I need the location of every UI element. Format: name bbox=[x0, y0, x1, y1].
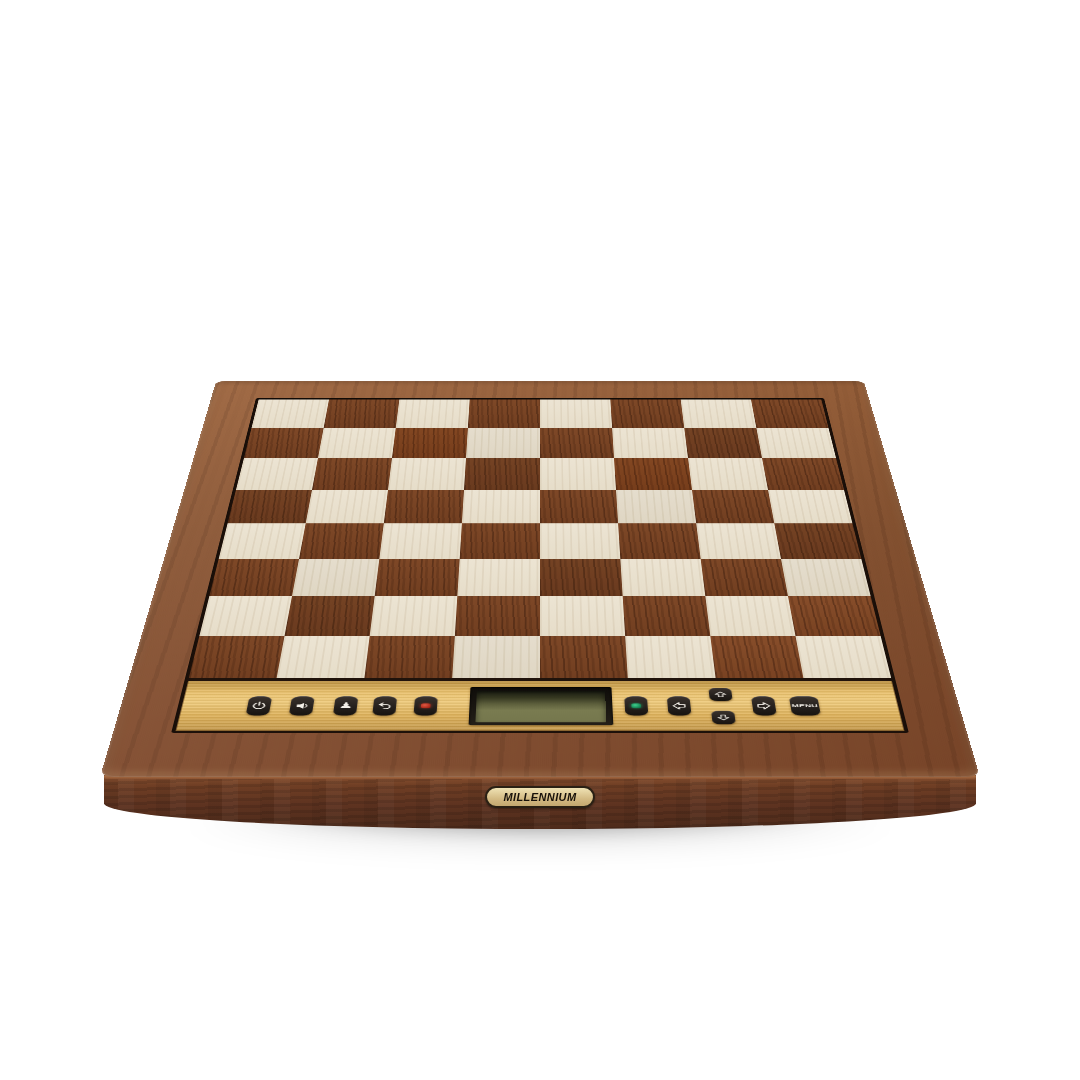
square-d5 bbox=[462, 490, 540, 523]
square-h7 bbox=[756, 428, 836, 458]
square-h5 bbox=[768, 490, 852, 523]
square-f7 bbox=[612, 428, 688, 458]
square-b4 bbox=[299, 523, 384, 558]
square-b5 bbox=[306, 490, 388, 523]
lcd-screen bbox=[475, 691, 606, 722]
square-b1 bbox=[277, 636, 370, 678]
square-a3 bbox=[209, 559, 299, 596]
square-e1 bbox=[540, 636, 628, 678]
arrow-right-button[interactable] bbox=[751, 696, 777, 715]
power-button[interactable] bbox=[246, 696, 273, 715]
arrow-left-button[interactable] bbox=[667, 696, 692, 715]
square-b3 bbox=[292, 559, 379, 596]
undo-arrow-icon bbox=[376, 700, 393, 713]
takeback-button[interactable] bbox=[372, 696, 397, 715]
square-c6 bbox=[388, 458, 466, 490]
square-d1 bbox=[452, 636, 540, 678]
square-g5 bbox=[692, 490, 774, 523]
square-h4 bbox=[774, 523, 861, 558]
square-c8 bbox=[396, 400, 470, 429]
square-g6 bbox=[688, 458, 768, 490]
square-a4 bbox=[219, 523, 306, 558]
square-d8 bbox=[468, 400, 540, 429]
square-f5 bbox=[616, 490, 696, 523]
square-a6 bbox=[236, 458, 318, 490]
square-d4 bbox=[460, 523, 540, 558]
square-c2 bbox=[370, 596, 458, 636]
square-a2 bbox=[199, 596, 292, 636]
brand-plate: MILLENNIUM bbox=[485, 786, 595, 808]
sound-button[interactable] bbox=[289, 696, 315, 715]
menu-button[interactable]: MENU bbox=[789, 696, 821, 715]
square-g1 bbox=[710, 636, 803, 678]
hint-button[interactable]: ♟ bbox=[333, 696, 358, 715]
square-b8 bbox=[324, 400, 400, 429]
arrow-right-icon bbox=[755, 700, 772, 713]
red-dot-icon bbox=[421, 703, 431, 708]
brand-label: MILLENNIUM bbox=[503, 791, 576, 802]
square-g3 bbox=[701, 559, 788, 596]
board-recess: ♟ bbox=[171, 398, 909, 732]
square-e3 bbox=[540, 559, 623, 596]
square-c5 bbox=[384, 490, 464, 523]
square-f6 bbox=[614, 458, 692, 490]
lcd-display bbox=[469, 687, 614, 725]
arrow-down-button[interactable] bbox=[711, 711, 736, 725]
arrow-down-icon bbox=[713, 714, 733, 722]
wooden-frame: ♟ bbox=[100, 381, 980, 777]
square-a5 bbox=[228, 490, 312, 523]
product-photo-scene: MILLENNIUM bbox=[0, 0, 1080, 1080]
square-e2 bbox=[540, 596, 625, 636]
square-b2 bbox=[285, 596, 375, 636]
square-c1 bbox=[364, 636, 454, 678]
square-b7 bbox=[318, 428, 396, 458]
square-h8 bbox=[751, 400, 829, 429]
square-f1 bbox=[625, 636, 715, 678]
control-panel: ♟ bbox=[176, 681, 905, 731]
square-b6 bbox=[312, 458, 392, 490]
square-g4 bbox=[696, 523, 781, 558]
square-d7 bbox=[466, 428, 540, 458]
square-e6 bbox=[540, 458, 616, 490]
arrow-up-button[interactable] bbox=[708, 688, 732, 701]
square-a7 bbox=[244, 428, 324, 458]
square-g2 bbox=[705, 596, 795, 636]
square-g8 bbox=[681, 400, 757, 429]
square-e4 bbox=[540, 523, 620, 558]
square-c7 bbox=[392, 428, 468, 458]
power-icon bbox=[250, 700, 268, 713]
square-c3 bbox=[375, 559, 460, 596]
square-f3 bbox=[620, 559, 705, 596]
square-d3 bbox=[457, 559, 540, 596]
square-h1 bbox=[795, 636, 891, 678]
speaker-icon bbox=[293, 700, 310, 713]
square-d6 bbox=[464, 458, 540, 490]
square-e5 bbox=[540, 490, 618, 523]
case-front-edge: MILLENNIUM bbox=[104, 775, 976, 829]
pawn-icon: ♟ bbox=[338, 700, 354, 710]
square-e8 bbox=[540, 400, 612, 429]
square-h3 bbox=[781, 559, 871, 596]
square-f4 bbox=[618, 523, 701, 558]
square-g7 bbox=[684, 428, 762, 458]
confirm-button[interactable] bbox=[624, 696, 648, 715]
square-h6 bbox=[762, 458, 844, 490]
chessboard bbox=[189, 400, 891, 679]
square-d2 bbox=[455, 596, 540, 636]
square-a1 bbox=[189, 636, 285, 678]
cancel-button[interactable] bbox=[413, 696, 437, 715]
square-c4 bbox=[379, 523, 462, 558]
square-f2 bbox=[623, 596, 711, 636]
square-a8 bbox=[251, 400, 329, 429]
menu-button-label: MENU bbox=[791, 703, 818, 708]
square-f8 bbox=[610, 400, 684, 429]
square-h2 bbox=[788, 596, 881, 636]
arrow-left-icon bbox=[671, 700, 687, 713]
square-e7 bbox=[540, 428, 614, 458]
green-dot-icon bbox=[631, 703, 641, 708]
arrow-up-icon bbox=[711, 691, 731, 699]
